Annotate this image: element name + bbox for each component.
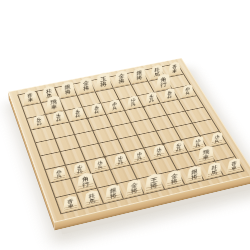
piece-face: 歩兵 xyxy=(93,157,108,173)
piece-kanji: 兵 xyxy=(75,114,80,119)
shogi-piece-pawn-gote: 歩兵 xyxy=(52,110,66,126)
piece-kanji: 兵 xyxy=(98,165,103,171)
piece-kanji: 兵 xyxy=(57,174,63,180)
shogi-piece-gold-gote: 金将 xyxy=(77,76,94,95)
piece-kanji: 将 xyxy=(137,75,143,81)
square-6g: 歩兵 xyxy=(105,152,131,170)
piece-kanji: 兵 xyxy=(149,99,154,104)
shogi-piece-gold-sente: 金将 xyxy=(125,178,143,199)
piece-kanji: 行 xyxy=(82,182,89,189)
piece-kanji: 将 xyxy=(83,86,89,92)
piece-kanji: 車 xyxy=(172,69,177,75)
shogi-piece-silver-sente: 銀将 xyxy=(104,183,122,203)
shogi-piece-pawn-gote: 歩兵 xyxy=(32,114,47,130)
piece-face: 金将 xyxy=(77,76,94,95)
piece-kanji: 兵 xyxy=(37,122,42,127)
shogi-piece-lance-sente: 香車 xyxy=(62,194,80,213)
shogi-piece-king-sente: 王将 xyxy=(145,171,165,194)
piece-face: 銀将 xyxy=(132,66,147,84)
piece-kanji: 兵 xyxy=(157,152,162,158)
piece-face: 銀将 xyxy=(186,164,204,184)
shogi-piece-knight-sente: 桂馬 xyxy=(206,161,223,180)
piece-kanji: 兵 xyxy=(138,156,143,162)
piece-face: 歩兵 xyxy=(133,148,147,164)
piece-face: 歩兵 xyxy=(32,114,47,130)
piece-kanji: 行 xyxy=(160,82,166,89)
shogi-piece-king-gote: 玉将 xyxy=(95,71,113,91)
piece-kanji: 兵 xyxy=(94,110,99,115)
piece-kanji: 将 xyxy=(151,183,158,191)
shogi-piece-knight-sente: 桂馬 xyxy=(83,189,101,208)
piece-face: 王将 xyxy=(145,171,165,194)
piece-face: 金将 xyxy=(114,69,130,88)
square-8i: 桂馬 xyxy=(77,189,104,209)
shogi-piece-lance-sente: 香車 xyxy=(226,157,242,175)
shogi-piece-silver-sente: 銀将 xyxy=(186,164,204,184)
piece-kanji: 馬 xyxy=(89,198,96,205)
piece-kanji: 車 xyxy=(202,155,209,162)
product-photo-scene: 香車桂馬銀将金将玉将金将銀将桂馬香車飛車角行歩兵歩兵歩兵歩兵歩兵歩兵歩兵歩兵歩兵… xyxy=(0,0,250,250)
piece-face: 桂馬 xyxy=(83,189,101,208)
piece-kanji: 将 xyxy=(119,78,125,84)
piece-kanji: 将 xyxy=(65,89,71,95)
shogi-piece-pawn-sente: 歩兵 xyxy=(133,148,147,164)
piece-kanji: 兵 xyxy=(131,102,136,107)
square-7i: 銀将 xyxy=(97,184,124,203)
piece-kanji: 車 xyxy=(231,166,237,172)
piece-kanji: 将 xyxy=(191,174,198,181)
shogi-piece-gold-gote: 金将 xyxy=(114,69,130,88)
piece-kanji: 兵 xyxy=(176,148,181,154)
shogi-board: 香車桂馬銀将金将玉将金将銀将桂馬香車飛車角行歩兵歩兵歩兵歩兵歩兵歩兵歩兵歩兵歩兵… xyxy=(8,58,250,223)
piece-kanji: 馬 xyxy=(211,170,217,177)
piece-kanji: 車 xyxy=(68,203,74,209)
shogi-piece-pawn-gote: 歩兵 xyxy=(181,83,194,98)
piece-face: 香車 xyxy=(23,89,39,106)
piece-face: 桂馬 xyxy=(206,161,223,180)
piece-kanji: 兵 xyxy=(118,161,123,167)
shogi-piece-lance-gote: 香車 xyxy=(23,89,39,106)
piece-face: 銀将 xyxy=(104,183,122,203)
piece-face: 香車 xyxy=(62,194,80,213)
piece-kanji: 車 xyxy=(28,97,34,103)
piece-kanji: 将 xyxy=(171,179,178,186)
shogi-piece-pawn-sente: 歩兵 xyxy=(93,157,108,173)
piece-kanji: 将 xyxy=(110,193,117,200)
piece-kanji: 将 xyxy=(131,188,138,195)
piece-face: 香車 xyxy=(226,157,242,175)
piece-kanji: 兵 xyxy=(113,106,118,111)
piece-kanji: 兵 xyxy=(185,91,190,96)
piece-face: 金将 xyxy=(125,178,143,199)
piece-face: 金将 xyxy=(166,168,184,189)
piece-kanji: 車 xyxy=(51,104,58,111)
piece-kanji: 兵 xyxy=(167,95,172,100)
piece-kanji: 兵 xyxy=(56,118,61,123)
shogi-piece-silver-gote: 銀将 xyxy=(132,66,147,84)
square-1e xyxy=(186,107,211,123)
piece-face: 玉将 xyxy=(95,71,113,91)
piece-kanji: 将 xyxy=(101,81,108,88)
piece-face: 歩兵 xyxy=(52,110,66,126)
shogi-piece-gold-sente: 金将 xyxy=(166,168,184,189)
piece-kanji: 兵 xyxy=(215,139,220,144)
piece-face: 歩兵 xyxy=(181,83,194,98)
